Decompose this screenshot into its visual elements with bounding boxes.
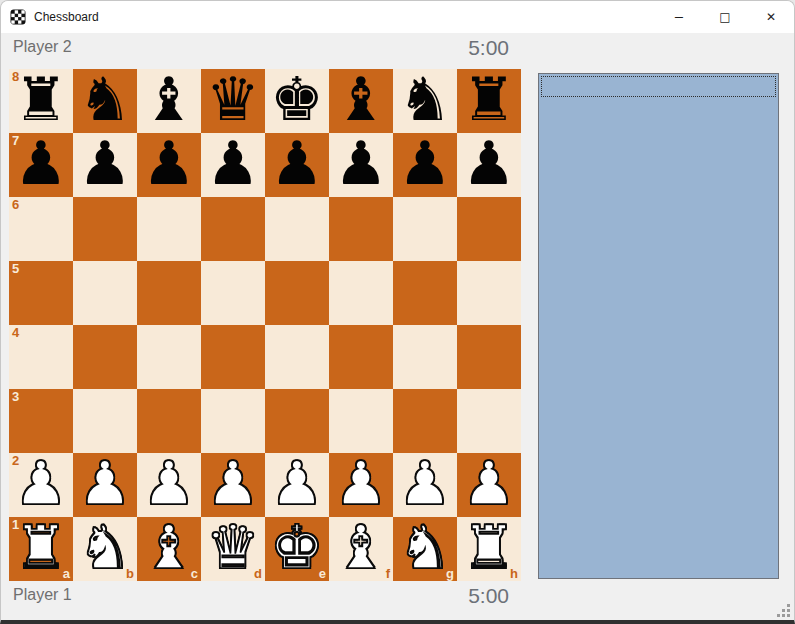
square-d7[interactable]: ♟ [201,133,265,197]
square-a2[interactable]: 2♟ [9,453,73,517]
piece-black-king[interactable]: ♚ [270,69,324,131]
close-icon: ✕ [766,10,776,24]
square-g1[interactable]: g♞ [393,517,457,581]
player1-clock: 5:00 [409,584,509,608]
square-f6[interactable] [329,197,393,261]
square-f1[interactable]: f♝ [329,517,393,581]
square-g6[interactable] [393,197,457,261]
square-h2[interactable]: ♟ [457,453,521,517]
player1-name: Player 1 [13,586,72,604]
square-h5[interactable] [457,261,521,325]
square-c7[interactable]: ♟ [137,133,201,197]
square-f8[interactable]: ♝ [329,69,393,133]
minimize-icon: ─ [675,10,683,25]
square-g5[interactable] [393,261,457,325]
piece-white-bishop[interactable]: ♝ [334,517,388,579]
piece-black-pawn[interactable]: ♟ [398,133,452,195]
square-h4[interactable] [457,325,521,389]
chessboard-app-icon [10,9,26,25]
square-e2[interactable]: ♟ [265,453,329,517]
chess-board: 8♜♞♝♛♚♝♞♜7♟♟♟♟♟♟♟♟65432♟♟♟♟♟♟♟♟1a♜b♞c♝d♛… [9,69,521,581]
piece-black-pawn[interactable]: ♟ [78,133,132,195]
maximize-icon: □ [719,10,730,24]
square-d4[interactable] [201,325,265,389]
resize-grip[interactable] [776,603,790,617]
piece-white-pawn[interactable]: ♟ [334,453,388,515]
square-h8[interactable]: ♜ [457,69,521,133]
square-f4[interactable] [329,325,393,389]
piece-white-rook[interactable]: ♜ [462,517,516,579]
piece-white-pawn[interactable]: ♟ [78,453,132,515]
square-d6[interactable] [201,197,265,261]
square-h1[interactable]: h♜ [457,517,521,581]
square-e7[interactable]: ♟ [265,133,329,197]
rank-label: 4 [12,325,19,340]
square-e3[interactable] [265,389,329,453]
square-h6[interactable] [457,197,521,261]
square-f3[interactable] [329,389,393,453]
square-a6[interactable]: 6 [9,197,73,261]
maximize-button[interactable]: □ [702,1,748,33]
window-title: Chessboard [34,10,99,24]
piece-black-knight[interactable]: ♞ [78,69,132,131]
square-c2[interactable]: ♟ [137,453,201,517]
piece-black-knight[interactable]: ♞ [398,69,452,131]
piece-black-rook[interactable]: ♜ [462,69,516,131]
square-b3[interactable] [73,389,137,453]
window-controls: ─ □ ✕ [656,1,794,33]
minimize-button[interactable]: ─ [656,1,702,33]
piece-white-queen[interactable]: ♛ [206,517,260,579]
piece-black-pawn[interactable]: ♟ [14,133,68,195]
square-c6[interactable] [137,197,201,261]
square-h3[interactable] [457,389,521,453]
piece-white-pawn[interactable]: ♟ [14,453,68,515]
square-e8[interactable]: ♚ [265,69,329,133]
square-d8[interactable]: ♛ [201,69,265,133]
piece-white-knight[interactable]: ♞ [398,517,452,579]
square-d3[interactable] [201,389,265,453]
square-e4[interactable] [265,325,329,389]
rank-label: 5 [12,261,19,276]
piece-black-bishop[interactable]: ♝ [142,69,196,131]
piece-white-bishop[interactable]: ♝ [142,517,196,579]
piece-black-queen[interactable]: ♛ [206,69,260,131]
rank-label: 3 [12,389,19,404]
piece-black-pawn[interactable]: ♟ [462,133,516,195]
square-g2[interactable]: ♟ [393,453,457,517]
piece-black-rook[interactable]: ♜ [14,69,68,131]
piece-black-pawn[interactable]: ♟ [142,133,196,195]
square-b1[interactable]: b♞ [73,517,137,581]
square-b2[interactable]: ♟ [73,453,137,517]
square-d1[interactable]: d♛ [201,517,265,581]
rank-label: 6 [12,197,19,212]
square-g4[interactable] [393,325,457,389]
square-c8[interactable]: ♝ [137,69,201,133]
square-c3[interactable] [137,389,201,453]
square-f7[interactable]: ♟ [329,133,393,197]
square-h7[interactable]: ♟ [457,133,521,197]
player2-name: Player 2 [13,38,72,56]
piece-black-bishop[interactable]: ♝ [334,69,388,131]
square-a1[interactable]: 1a♜ [9,517,73,581]
piece-black-pawn[interactable]: ♟ [206,133,260,195]
title-bar[interactable]: Chessboard ─ □ ✕ [1,1,794,33]
piece-black-pawn[interactable]: ♟ [270,133,324,195]
square-a4[interactable]: 4 [9,325,73,389]
square-e1[interactable]: e♚ [265,517,329,581]
square-d2[interactable]: ♟ [201,453,265,517]
square-a3[interactable]: 3 [9,389,73,453]
square-b4[interactable] [73,325,137,389]
square-c4[interactable] [137,325,201,389]
square-e5[interactable] [265,261,329,325]
square-f5[interactable] [329,261,393,325]
piece-white-knight[interactable]: ♞ [78,517,132,579]
square-b7[interactable]: ♟ [73,133,137,197]
square-c5[interactable] [137,261,201,325]
app-window: Chessboard ─ □ ✕ Player 2 5:00 8♜♞♝♛♚♝♞♜… [0,0,795,624]
square-g8[interactable]: ♞ [393,69,457,133]
piece-white-pawn[interactable]: ♟ [206,453,260,515]
square-g7[interactable]: ♟ [393,133,457,197]
move-list-selected-item[interactable] [541,76,776,97]
square-g3[interactable] [393,389,457,453]
player2-clock: 5:00 [409,36,509,60]
square-a5[interactable]: 5 [9,261,73,325]
square-d5[interactable] [201,261,265,325]
square-c1[interactable]: c♝ [137,517,201,581]
square-e6[interactable] [265,197,329,261]
piece-black-pawn[interactable]: ♟ [334,133,388,195]
piece-white-pawn[interactable]: ♟ [398,453,452,515]
square-f2[interactable]: ♟ [329,453,393,517]
square-b5[interactable] [73,261,137,325]
piece-white-pawn[interactable]: ♟ [142,453,196,515]
piece-white-pawn[interactable]: ♟ [270,453,324,515]
piece-white-rook[interactable]: ♜ [14,517,68,579]
piece-white-king[interactable]: ♚ [270,517,324,579]
square-b6[interactable] [73,197,137,261]
square-b8[interactable]: ♞ [73,69,137,133]
move-list-panel[interactable] [538,73,779,579]
close-button[interactable]: ✕ [748,1,794,33]
square-a7[interactable]: 7♟ [9,133,73,197]
piece-white-pawn[interactable]: ♟ [462,453,516,515]
square-a8[interactable]: 8♜ [9,69,73,133]
